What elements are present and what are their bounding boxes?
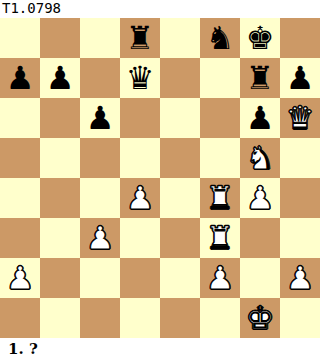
square-a4[interactable] xyxy=(0,178,40,218)
puzzle-title: T1.0798 xyxy=(0,0,320,18)
square-g1[interactable]: ♚ xyxy=(240,298,280,338)
piece-white-rook: ♜ xyxy=(200,178,240,218)
square-h3[interactable] xyxy=(280,218,320,258)
square-g5[interactable]: ♞ xyxy=(240,138,280,178)
square-h4[interactable] xyxy=(280,178,320,218)
square-a1[interactable] xyxy=(0,298,40,338)
square-b6[interactable] xyxy=(40,98,80,138)
square-g7[interactable]: ♜ xyxy=(240,58,280,98)
square-g2[interactable] xyxy=(240,258,280,298)
piece-white-pawn: ♟ xyxy=(200,258,240,298)
piece-white-knight: ♞ xyxy=(240,138,280,178)
square-d3[interactable] xyxy=(120,218,160,258)
square-c1[interactable] xyxy=(80,298,120,338)
square-a7[interactable]: ♟ xyxy=(0,58,40,98)
square-h5[interactable] xyxy=(280,138,320,178)
square-e2[interactable] xyxy=(160,258,200,298)
square-c8[interactable] xyxy=(80,18,120,58)
square-e4[interactable] xyxy=(160,178,200,218)
square-h7[interactable]: ♟ xyxy=(280,58,320,98)
piece-black-queen: ♛ xyxy=(120,58,160,98)
square-a6[interactable] xyxy=(0,98,40,138)
square-e6[interactable] xyxy=(160,98,200,138)
square-f5[interactable] xyxy=(200,138,240,178)
square-e1[interactable] xyxy=(160,298,200,338)
chess-puzzle-page: T1.0798 ♜♞♚♟♟♛♜♟♟♟♛♞♟♜♟♟♜♟♟♟♚ 1. ? xyxy=(0,0,320,360)
square-b1[interactable] xyxy=(40,298,80,338)
square-d6[interactable] xyxy=(120,98,160,138)
piece-black-rook: ♜ xyxy=(240,58,280,98)
square-d2[interactable] xyxy=(120,258,160,298)
chess-board: ♜♞♚♟♟♛♜♟♟♟♛♞♟♜♟♟♜♟♟♟♚ xyxy=(0,18,320,338)
square-f8[interactable]: ♞ xyxy=(200,18,240,58)
square-c3[interactable]: ♟ xyxy=(80,218,120,258)
square-g8[interactable]: ♚ xyxy=(240,18,280,58)
square-f6[interactable] xyxy=(200,98,240,138)
square-a5[interactable] xyxy=(0,138,40,178)
square-h2[interactable]: ♟ xyxy=(280,258,320,298)
square-d5[interactable] xyxy=(120,138,160,178)
square-d1[interactable] xyxy=(120,298,160,338)
square-c6[interactable]: ♟ xyxy=(80,98,120,138)
square-f2[interactable]: ♟ xyxy=(200,258,240,298)
square-h8[interactable] xyxy=(280,18,320,58)
square-g4[interactable]: ♟ xyxy=(240,178,280,218)
square-b7[interactable]: ♟ xyxy=(40,58,80,98)
square-f7[interactable] xyxy=(200,58,240,98)
square-a8[interactable] xyxy=(0,18,40,58)
square-h6[interactable]: ♛ xyxy=(280,98,320,138)
square-f4[interactable]: ♜ xyxy=(200,178,240,218)
square-h1[interactable] xyxy=(280,298,320,338)
piece-white-pawn: ♟ xyxy=(240,178,280,218)
piece-white-pawn: ♟ xyxy=(80,218,120,258)
piece-white-rook: ♜ xyxy=(200,218,240,258)
square-e8[interactable] xyxy=(160,18,200,58)
square-b5[interactable] xyxy=(40,138,80,178)
square-c4[interactable] xyxy=(80,178,120,218)
square-a3[interactable] xyxy=(0,218,40,258)
piece-black-rook: ♜ xyxy=(120,18,160,58)
piece-white-king: ♚ xyxy=(240,298,280,338)
square-g6[interactable]: ♟ xyxy=(240,98,280,138)
square-c5[interactable] xyxy=(80,138,120,178)
piece-white-pawn: ♟ xyxy=(0,258,40,298)
square-a2[interactable]: ♟ xyxy=(0,258,40,298)
square-e3[interactable] xyxy=(160,218,200,258)
square-d4[interactable]: ♟ xyxy=(120,178,160,218)
piece-white-pawn: ♟ xyxy=(280,258,320,298)
square-b2[interactable] xyxy=(40,258,80,298)
square-e5[interactable] xyxy=(160,138,200,178)
square-b3[interactable] xyxy=(40,218,80,258)
piece-black-pawn: ♟ xyxy=(40,58,80,98)
piece-white-pawn: ♟ xyxy=(120,178,160,218)
square-d8[interactable]: ♜ xyxy=(120,18,160,58)
piece-black-pawn: ♟ xyxy=(280,58,320,98)
piece-black-pawn: ♟ xyxy=(0,58,40,98)
piece-black-king: ♚ xyxy=(240,18,280,58)
square-g3[interactable] xyxy=(240,218,280,258)
piece-black-pawn: ♟ xyxy=(80,98,120,138)
square-b4[interactable] xyxy=(40,178,80,218)
square-f1[interactable] xyxy=(200,298,240,338)
piece-white-queen: ♛ xyxy=(280,98,320,138)
piece-black-knight: ♞ xyxy=(200,18,240,58)
square-f3[interactable]: ♜ xyxy=(200,218,240,258)
piece-black-pawn: ♟ xyxy=(240,98,280,138)
square-d7[interactable]: ♛ xyxy=(120,58,160,98)
square-b8[interactable] xyxy=(40,18,80,58)
square-c7[interactable] xyxy=(80,58,120,98)
square-c2[interactable] xyxy=(80,258,120,298)
move-prompt: 1. ? xyxy=(0,338,320,360)
square-e7[interactable] xyxy=(160,58,200,98)
